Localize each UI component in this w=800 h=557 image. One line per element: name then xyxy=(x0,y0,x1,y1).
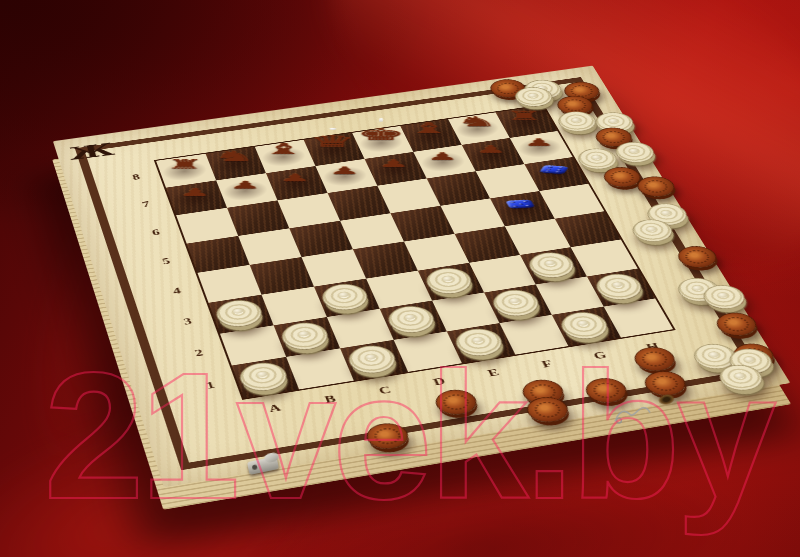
queen-glyph: ♛ xyxy=(308,134,356,149)
draughts-piece-white-h2[interactable] xyxy=(590,271,647,303)
rank-label-5: 5 xyxy=(161,256,172,266)
pawn-glyph: ♟ xyxy=(475,144,506,153)
file-label-g: G xyxy=(591,349,608,361)
file-label-b: B xyxy=(323,393,338,405)
pawn-glyph: ♟ xyxy=(229,180,261,190)
tray-checker-white-right_margin-5[interactable] xyxy=(554,109,601,133)
tray-checker-white-bottom_margin-8[interactable] xyxy=(724,346,778,377)
tray-checker-brown-right_margin-18[interactable] xyxy=(728,341,780,370)
die-pip xyxy=(517,203,523,205)
square-d2[interactable] xyxy=(380,301,447,340)
white-finial-tip xyxy=(329,128,336,130)
pawn-glyph: ♟ xyxy=(378,158,409,168)
chess-piece-pawn-a7[interactable]: ♟ xyxy=(163,184,226,197)
knight-glyph: ♞ xyxy=(212,149,256,162)
king-glyph: ♚ xyxy=(356,127,405,142)
square-g1[interactable] xyxy=(552,307,621,346)
die-pip xyxy=(544,170,550,172)
file-label-h: H xyxy=(644,341,661,353)
pawn-glyph: ♟ xyxy=(328,165,359,175)
square-h1[interactable] xyxy=(604,298,673,337)
tray-checker-brown-bottom_margin-2[interactable] xyxy=(518,377,569,407)
draughts-piece-white-e1[interactable] xyxy=(450,326,507,359)
draughts-piece-white-g1[interactable] xyxy=(555,309,612,342)
rook-glyph: ♜ xyxy=(505,110,542,121)
rook-glyph: ♜ xyxy=(165,158,204,170)
die-pip xyxy=(547,166,553,168)
square-d3[interactable] xyxy=(366,271,432,309)
board-top: Ж 87654321ABCDEFGH ♜♞♝♛♚♝♞♜♟♟♟♟♟♟♟♟ xyxy=(53,66,790,488)
die-pip xyxy=(557,167,563,169)
file-label-a: A xyxy=(267,402,282,415)
tray-checker-brown-bottom_margin-5[interactable] xyxy=(629,344,680,373)
square-f1[interactable] xyxy=(500,315,569,355)
bishop-glyph: ♝ xyxy=(407,121,451,134)
white-finial-tip xyxy=(379,118,383,122)
square-c1[interactable] xyxy=(340,340,408,381)
tray-checker-brown-bottom_margin-1[interactable] xyxy=(431,387,481,417)
draughts-piece-white-c3[interactable] xyxy=(317,281,371,313)
square-b4[interactable] xyxy=(250,257,314,295)
die-pip xyxy=(512,205,518,207)
tray-checker-brown-bottom_margin-4[interactable] xyxy=(581,375,632,405)
square-f3[interactable] xyxy=(469,255,536,293)
draughts-piece-white-b2[interactable] xyxy=(277,319,332,352)
draughts-piece-white-a1[interactable] xyxy=(235,359,291,393)
draughts-piece-white-e3[interactable] xyxy=(421,265,476,296)
square-b1[interactable] xyxy=(286,348,354,389)
square-e1[interactable] xyxy=(447,323,516,363)
square-e3[interactable] xyxy=(418,263,484,301)
draughts-piece-white-c1[interactable] xyxy=(343,342,399,376)
die-h6[interactable] xyxy=(537,164,570,173)
square-a1[interactable] xyxy=(232,357,299,398)
blue-die-6 xyxy=(539,165,569,174)
rank-label-1: 1 xyxy=(205,379,217,391)
die-pip xyxy=(522,201,528,203)
tray-checker-white-right_margin-15[interactable] xyxy=(673,275,725,304)
square-g2[interactable] xyxy=(536,276,604,314)
game-board: Ж 87654321ABCDEFGH ♜♞♝♛♚♝♞♜♟♟♟♟♟♟♟♟ xyxy=(53,66,790,488)
blue-die-5 xyxy=(505,199,535,208)
pawn-glyph: ♟ xyxy=(523,137,554,146)
square-b2[interactable] xyxy=(274,317,340,357)
square-a2[interactable] xyxy=(220,325,286,365)
square-e2[interactable] xyxy=(432,292,499,331)
rank-label-4: 4 xyxy=(171,285,182,296)
square-c2[interactable] xyxy=(327,309,394,349)
draughts-piece-white-g3[interactable] xyxy=(523,250,578,281)
draughts-piece-white-a3[interactable] xyxy=(212,297,266,329)
rank-label-3: 3 xyxy=(182,315,193,326)
draughts-piece-white-d2[interactable] xyxy=(383,303,439,336)
square-c3[interactable] xyxy=(314,279,380,317)
pawn-glyph: ♟ xyxy=(279,173,311,183)
file-label-d: D xyxy=(431,375,447,387)
scene: Ж 87654321ABCDEFGH ♜♞♝♛♚♝♞♜♟♟♟♟♟♟♟♟ xyxy=(0,0,800,557)
square-a4[interactable] xyxy=(197,265,261,303)
square-b3[interactable] xyxy=(261,287,326,326)
square-d1[interactable] xyxy=(394,331,462,371)
file-label-c: C xyxy=(377,384,393,396)
items-layer: ♜♞♝♛♚♝♞♜♟♟♟♟♟♟♟♟ xyxy=(53,66,790,488)
die-pip xyxy=(510,201,516,203)
die-pip xyxy=(524,204,530,206)
die-pip xyxy=(554,171,560,173)
tray-checker-brown-right_margin-14[interactable] xyxy=(673,244,722,270)
file-label-e: E xyxy=(486,367,501,379)
chess-piece-rook-a8[interactable]: ♜ xyxy=(153,154,216,170)
square-a3[interactable] xyxy=(209,295,274,334)
draughts-piece-white-f2[interactable] xyxy=(487,287,543,319)
die-g5[interactable] xyxy=(503,199,537,208)
square-h2[interactable] xyxy=(587,269,655,307)
tray-checker-white-right_margin-16[interactable] xyxy=(698,283,751,312)
bishop-glyph: ♝ xyxy=(260,142,305,156)
knight-glyph: ♞ xyxy=(455,115,497,128)
tray-checker-brown-right_margin-17[interactable] xyxy=(711,310,762,338)
file-label-f: F xyxy=(540,358,555,370)
tray-checker-white-bottom_margin-7[interactable] xyxy=(688,341,742,372)
square-f2[interactable] xyxy=(484,284,552,323)
rank-label-2: 2 xyxy=(193,347,204,358)
pawn-glyph: ♟ xyxy=(178,187,210,197)
pawn-glyph: ♟ xyxy=(426,151,457,161)
tray-checker-brown-bottom_margin-3[interactable] xyxy=(522,394,573,425)
